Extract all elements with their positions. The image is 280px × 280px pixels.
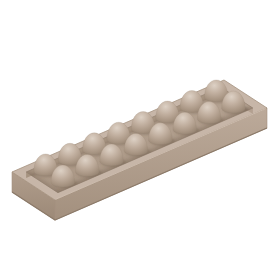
tray-render-scene xyxy=(0,0,280,280)
egg-tray-board xyxy=(0,0,280,280)
